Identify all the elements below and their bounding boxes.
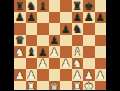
black-bishop-b4: ♝ — [27, 46, 36, 57]
black-knight-b8: ♞ — [27, 0, 36, 11]
square-g5 — [83, 35, 95, 47]
white-queen-d1: ♛ — [50, 81, 59, 91]
white-king-g1: ♚ — [84, 81, 93, 91]
white-bishop-f4: ♝ — [73, 46, 82, 57]
white-pawn-e3: ♟ — [61, 58, 70, 69]
black-king-g8: ♚ — [84, 0, 93, 11]
white-rook-b1: ♜ — [27, 81, 36, 91]
letterbox-right — [106, 0, 120, 90]
white-pawn-h2: ♟ — [96, 69, 105, 80]
black-pawn-c4: ♟ — [38, 46, 47, 57]
black-bishop-c8: ♝ — [38, 0, 47, 11]
black-pawn-b7: ♟ — [27, 12, 36, 23]
black-pawn-a7: ♟ — [15, 12, 24, 23]
black-pawn-e6: ♟ — [61, 23, 70, 34]
square-b4: ♝ — [26, 46, 38, 58]
square-c7 — [37, 12, 49, 24]
square-c1 — [37, 81, 49, 91]
square-h7: ♟ — [95, 12, 107, 24]
square-a2: ♟ — [14, 69, 26, 81]
white-knight-f3: ♞ — [73, 58, 82, 69]
square-b7: ♟ — [26, 12, 38, 24]
square-f6: ♞ — [72, 23, 84, 35]
square-c3: ♟ — [37, 58, 49, 70]
square-a4: ♞ — [14, 46, 26, 58]
square-e1 — [60, 81, 72, 91]
square-h5 — [95, 35, 107, 47]
square-g7: ♟ — [83, 12, 95, 24]
black-pawn-g7: ♟ — [84, 12, 93, 23]
white-pawn-b2: ♟ — [27, 69, 36, 80]
square-g4 — [83, 46, 95, 58]
square-e6: ♟ — [60, 23, 72, 35]
black-queen-a5: ♛ — [15, 35, 24, 46]
square-h4 — [95, 46, 107, 58]
letterbox-left — [0, 0, 14, 90]
black-pawn-d5: ♟ — [50, 35, 59, 46]
square-f1: ♜ — [72, 81, 84, 91]
square-e8 — [60, 0, 72, 12]
square-d4: ♟ — [49, 46, 61, 58]
white-rook-f1: ♜ — [73, 81, 82, 91]
square-c6 — [37, 23, 49, 35]
square-a7: ♟ — [14, 12, 26, 24]
white-pawn-d4: ♟ — [50, 46, 59, 57]
black-knight-f6: ♞ — [73, 23, 82, 34]
white-pawn-a2: ♟ — [15, 69, 24, 80]
square-e3: ♟ — [60, 58, 72, 70]
white-knight-a4: ♞ — [15, 46, 24, 57]
square-h1 — [95, 81, 107, 91]
square-c8: ♝ — [37, 0, 49, 12]
black-pawn-h7: ♟ — [96, 12, 105, 23]
white-pawn-c3: ♟ — [38, 58, 47, 69]
square-g1: ♚ — [83, 81, 95, 91]
square-h6 — [95, 23, 107, 35]
square-b6 — [26, 23, 38, 35]
black-rook-a8: ♜ — [15, 0, 24, 11]
square-b1: ♜ — [26, 81, 38, 91]
square-c2 — [37, 69, 49, 81]
square-e5 — [60, 35, 72, 47]
square-h2: ♟ — [95, 69, 107, 81]
square-d8 — [49, 0, 61, 12]
black-pawn-f7: ♟ — [73, 12, 82, 23]
white-pawn-f2: ♟ — [73, 69, 82, 80]
square-a1 — [14, 81, 26, 91]
square-d1: ♛ — [49, 81, 61, 91]
chess-board: ♜♞♝♜♚♟♟♟♟♟♟♞♛♟♞♝♟♟♝♟♟♞♟♟♟♟♟♜♛♜♚ — [14, 0, 106, 90]
chess-diagram-frame: ♜♞♝♜♚♟♟♟♟♟♟♞♛♟♞♝♟♟♝♟♟♞♟♟♟♟♟♜♛♜♚ — [0, 0, 120, 90]
square-g6 — [83, 23, 95, 35]
square-e2 — [60, 69, 72, 81]
black-rook-f8: ♜ — [73, 0, 82, 11]
square-d7 — [49, 12, 61, 24]
white-pawn-g2: ♟ — [84, 69, 93, 80]
square-d3 — [49, 58, 61, 70]
